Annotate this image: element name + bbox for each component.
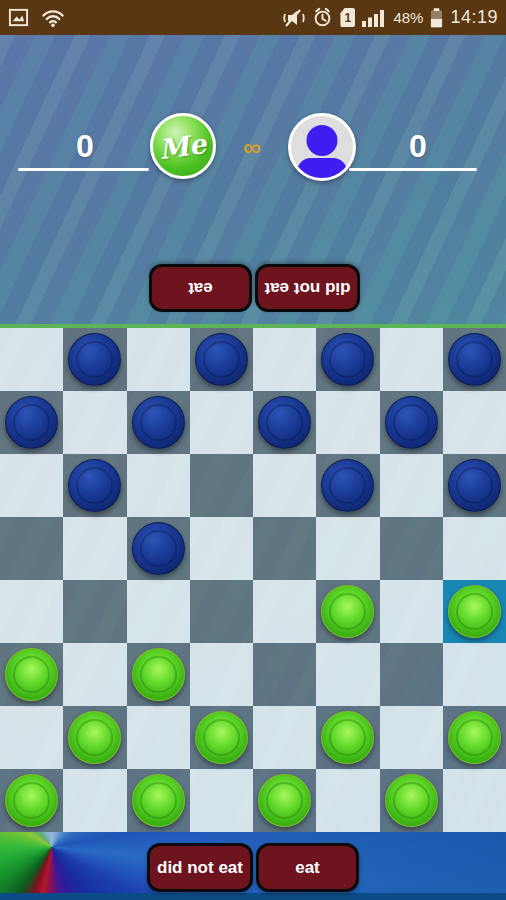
- board-square[interactable]: [443, 328, 506, 391]
- board-square[interactable]: [0, 454, 63, 517]
- board-square[interactable]: [443, 517, 506, 580]
- opponent-avatar: [288, 113, 356, 181]
- signal-strength-icon: [362, 8, 386, 27]
- piece-green[interactable]: [258, 774, 311, 827]
- piece-green[interactable]: [321, 711, 374, 764]
- piece-blue[interactable]: [448, 459, 501, 512]
- piece-blue[interactable]: [68, 333, 121, 386]
- infinity-symbol: ∞: [236, 133, 268, 162]
- board-square[interactable]: [0, 643, 63, 706]
- board-square[interactable]: [380, 769, 443, 832]
- board-square[interactable]: [190, 391, 253, 454]
- board-square[interactable]: [380, 454, 443, 517]
- board-square[interactable]: [190, 706, 253, 769]
- board-square[interactable]: [190, 580, 253, 643]
- board-square[interactable]: [253, 643, 316, 706]
- piece-green[interactable]: [132, 648, 185, 701]
- left-score: 0: [35, 128, 135, 165]
- board-square[interactable]: [380, 328, 443, 391]
- board-square[interactable]: [443, 706, 506, 769]
- board-square[interactable]: [316, 643, 379, 706]
- board-square[interactable]: [253, 454, 316, 517]
- board-square[interactable]: [0, 769, 63, 832]
- board-square[interactable]: [253, 391, 316, 454]
- wifi-icon: [41, 8, 65, 28]
- clock-time: 14:19: [450, 7, 498, 28]
- board-square[interactable]: [63, 517, 126, 580]
- board-square[interactable]: [63, 328, 126, 391]
- board-square[interactable]: [316, 517, 379, 580]
- board-square[interactable]: [190, 454, 253, 517]
- bottom-background: [0, 832, 506, 900]
- piece-green[interactable]: [448, 711, 501, 764]
- board-square[interactable]: [0, 517, 63, 580]
- piece-blue[interactable]: [448, 333, 501, 386]
- piece-blue[interactable]: [321, 459, 374, 512]
- status-bar-left: [8, 7, 65, 28]
- right-score: 0: [368, 128, 468, 165]
- piece-green[interactable]: [321, 585, 374, 638]
- board-square[interactable]: [253, 328, 316, 391]
- board-square[interactable]: [190, 769, 253, 832]
- status-bar: 1 48% 14:19: [0, 0, 506, 35]
- board-square[interactable]: [63, 643, 126, 706]
- piece-green[interactable]: [132, 774, 185, 827]
- board-square[interactable]: [443, 391, 506, 454]
- board-square[interactable]: [253, 706, 316, 769]
- piece-green[interactable]: [195, 711, 248, 764]
- board-square[interactable]: [253, 769, 316, 832]
- piece-blue[interactable]: [132, 522, 185, 575]
- left-score-underline: [18, 168, 149, 171]
- board-square[interactable]: [63, 580, 126, 643]
- sim-card-icon: 1: [340, 8, 355, 27]
- board-square[interactable]: [253, 580, 316, 643]
- board-square[interactable]: [63, 769, 126, 832]
- battery-icon: [430, 7, 443, 29]
- opponent-avatar-body: [297, 158, 347, 181]
- board-square[interactable]: [127, 391, 190, 454]
- piece-blue[interactable]: [132, 396, 185, 449]
- board-square[interactable]: [127, 643, 190, 706]
- board-square[interactable]: [380, 391, 443, 454]
- board-square[interactable]: [127, 517, 190, 580]
- piece-green[interactable]: [5, 774, 58, 827]
- game-background: 0 Me ∞ 0 eat did not eat did not eat eat: [0, 35, 506, 900]
- board-square[interactable]: [316, 391, 379, 454]
- player-me-avatar: Me: [150, 113, 216, 179]
- board-square[interactable]: [127, 454, 190, 517]
- board-square[interactable]: [253, 517, 316, 580]
- piece-blue[interactable]: [321, 333, 374, 386]
- piece-green[interactable]: [448, 585, 501, 638]
- board-square[interactable]: [443, 769, 506, 832]
- piece-blue[interactable]: [195, 333, 248, 386]
- board-square[interactable]: [380, 643, 443, 706]
- board: [0, 328, 506, 832]
- board-square[interactable]: [443, 580, 506, 643]
- did-not-eat-button-top[interactable]: did not eat: [255, 264, 360, 312]
- piece-blue[interactable]: [5, 396, 58, 449]
- battery-percent: 48%: [393, 9, 423, 26]
- board-square[interactable]: [127, 580, 190, 643]
- board-square[interactable]: [443, 454, 506, 517]
- piece-blue[interactable]: [68, 459, 121, 512]
- board-square[interactable]: [63, 454, 126, 517]
- me-avatar-label: Me: [158, 127, 209, 164]
- board-square[interactable]: [127, 706, 190, 769]
- board-square[interactable]: [316, 706, 379, 769]
- board-square[interactable]: [190, 328, 253, 391]
- board-square[interactable]: [127, 328, 190, 391]
- board-square[interactable]: [190, 517, 253, 580]
- alarm-icon: [312, 7, 333, 28]
- board-square[interactable]: [316, 580, 379, 643]
- piece-green[interactable]: [5, 648, 58, 701]
- board-square[interactable]: [316, 454, 379, 517]
- board-square[interactable]: [0, 580, 63, 643]
- board-square[interactable]: [63, 391, 126, 454]
- did-not-eat-button[interactable]: did not eat: [147, 843, 253, 892]
- sim-number: 1: [345, 11, 352, 25]
- piece-blue[interactable]: [385, 396, 438, 449]
- board-square[interactable]: [0, 391, 63, 454]
- eat-button-top[interactable]: eat: [149, 264, 252, 312]
- phone-screen: 1 48% 14:19 0 Me ∞ 0 eat did not eat: [0, 0, 506, 900]
- vibrate-mute-icon: [283, 8, 305, 28]
- board-square[interactable]: [63, 706, 126, 769]
- board-square[interactable]: [380, 706, 443, 769]
- screenshot-icon: [8, 7, 29, 28]
- board-square[interactable]: [316, 769, 379, 832]
- piece-green[interactable]: [68, 711, 121, 764]
- board-square[interactable]: [443, 643, 506, 706]
- board-square[interactable]: [316, 328, 379, 391]
- piece-blue[interactable]: [258, 396, 311, 449]
- board-square[interactable]: [380, 580, 443, 643]
- board-square[interactable]: [380, 517, 443, 580]
- opponent-avatar-head: [307, 125, 338, 156]
- status-bar-right: 1 48% 14:19: [283, 7, 498, 29]
- eat-button[interactable]: eat: [256, 843, 359, 892]
- board-square[interactable]: [0, 328, 63, 391]
- board-square[interactable]: [190, 643, 253, 706]
- piece-green[interactable]: [385, 774, 438, 827]
- board-square[interactable]: [0, 706, 63, 769]
- right-score-underline: [349, 168, 477, 171]
- board-square[interactable]: [127, 769, 190, 832]
